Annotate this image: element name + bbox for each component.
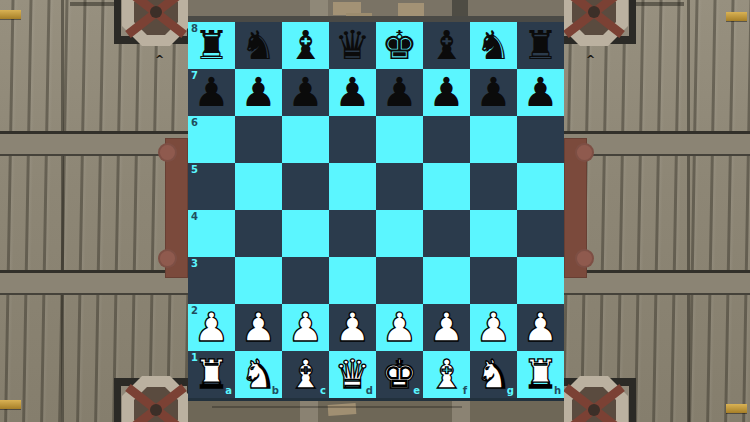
square-b7[interactable]: ♟ bbox=[235, 69, 282, 116]
wheel-decoration-top-right bbox=[558, 0, 638, 62]
floor-plank bbox=[398, 3, 424, 16]
floor-groove bbox=[212, 406, 462, 408]
square-b4[interactable] bbox=[235, 210, 282, 257]
square-a1[interactable]: 1a♜ bbox=[188, 351, 235, 398]
square-d3[interactable] bbox=[329, 257, 376, 304]
square-h5[interactable] bbox=[517, 163, 564, 210]
piece-white-pawn[interactable]: ♟ bbox=[288, 307, 324, 347]
square-a2[interactable]: 2♟ bbox=[188, 304, 235, 351]
square-e8[interactable]: ♚ bbox=[376, 22, 423, 69]
square-b5[interactable] bbox=[235, 163, 282, 210]
square-b2[interactable]: ♟ bbox=[235, 304, 282, 351]
square-c7[interactable]: ♟ bbox=[282, 69, 329, 116]
floor-plank bbox=[300, 401, 318, 422]
floor-plank bbox=[452, 401, 470, 422]
chevron-mark-right: ^ bbox=[586, 53, 595, 66]
wheel-decoration-top-left bbox=[112, 0, 192, 62]
piece-black-pawn[interactable]: ♟ bbox=[523, 72, 559, 112]
square-h2[interactable]: ♟ bbox=[517, 304, 564, 351]
square-d7[interactable]: ♟ bbox=[329, 69, 376, 116]
square-b8[interactable]: ♞ bbox=[235, 22, 282, 69]
door-rail-right-bottom bbox=[560, 270, 750, 295]
door-rail-left-bottom bbox=[0, 270, 190, 295]
piece-black-knight[interactable]: ♞ bbox=[476, 25, 512, 65]
square-c3[interactable] bbox=[282, 257, 329, 304]
piece-white-pawn[interactable]: ♟ bbox=[523, 307, 559, 347]
square-h4[interactable] bbox=[517, 210, 564, 257]
piece-black-pawn[interactable]: ♟ bbox=[288, 72, 324, 112]
piece-white-rook[interactable]: ♜ bbox=[523, 354, 559, 394]
gold-strip-bottom-right bbox=[726, 404, 747, 413]
square-e3[interactable] bbox=[376, 257, 423, 304]
square-d8[interactable]: ♛ bbox=[329, 22, 376, 69]
square-a4[interactable]: 4 bbox=[188, 210, 235, 257]
piece-black-rook[interactable]: ♜ bbox=[194, 25, 230, 65]
square-h1[interactable]: h♜ bbox=[517, 351, 564, 398]
square-d6[interactable] bbox=[329, 116, 376, 163]
piece-white-bishop[interactable]: ♝ bbox=[429, 354, 465, 394]
floor-strip-bottom bbox=[188, 398, 564, 422]
square-e6[interactable] bbox=[376, 116, 423, 163]
square-a6[interactable]: 6 bbox=[188, 116, 235, 163]
square-b6[interactable] bbox=[235, 116, 282, 163]
hinge-knob-right-bottom bbox=[575, 249, 594, 268]
piece-white-bishop[interactable]: ♝ bbox=[288, 354, 324, 394]
hinge-knob-right-top bbox=[575, 143, 594, 162]
square-a7[interactable]: 7♟ bbox=[188, 69, 235, 116]
square-g1[interactable]: g♞ bbox=[470, 351, 517, 398]
piece-black-pawn[interactable]: ♟ bbox=[476, 72, 512, 112]
piece-white-knight[interactable]: ♞ bbox=[476, 354, 512, 394]
door-seam-right bbox=[687, 0, 690, 422]
square-g2[interactable]: ♟ bbox=[470, 304, 517, 351]
wheel-decoration-bottom-right bbox=[558, 360, 638, 422]
square-g4[interactable] bbox=[470, 210, 517, 257]
square-f3[interactable] bbox=[423, 257, 470, 304]
square-f5[interactable] bbox=[423, 163, 470, 210]
square-g6[interactable] bbox=[470, 116, 517, 163]
piece-white-king[interactable]: ♚ bbox=[382, 354, 418, 394]
square-b3[interactable] bbox=[235, 257, 282, 304]
piece-black-pawn[interactable]: ♟ bbox=[429, 72, 465, 112]
square-d1[interactable]: d♛ bbox=[329, 351, 376, 398]
square-g7[interactable]: ♟ bbox=[470, 69, 517, 116]
square-h3[interactable] bbox=[517, 257, 564, 304]
board-bottom-shadow bbox=[188, 398, 564, 401]
hinge-knob-left-top bbox=[158, 143, 177, 162]
game-scene: ^ ^ 8♜♞♝♛♚♝♞♜7♟♟♟♟♟♟♟♟65432♟♟♟♟♟♟♟♟1a♜b♞… bbox=[0, 0, 750, 422]
square-d5[interactable] bbox=[329, 163, 376, 210]
square-e1[interactable]: e♚ bbox=[376, 351, 423, 398]
rank-label-3: 3 bbox=[191, 259, 198, 269]
square-a5[interactable]: 5 bbox=[188, 163, 235, 210]
gold-strip-bottom-left bbox=[0, 400, 21, 409]
piece-white-queen[interactable]: ♛ bbox=[335, 354, 371, 394]
square-f8[interactable]: ♝ bbox=[423, 22, 470, 69]
piece-black-queen[interactable]: ♛ bbox=[335, 25, 371, 65]
chess-board[interactable]: 8♜♞♝♛♚♝♞♜7♟♟♟♟♟♟♟♟65432♟♟♟♟♟♟♟♟1a♜b♞c♝d♛… bbox=[188, 22, 564, 398]
square-h7[interactable]: ♟ bbox=[517, 69, 564, 116]
square-c6[interactable] bbox=[282, 116, 329, 163]
piece-white-pawn[interactable]: ♟ bbox=[194, 307, 230, 347]
piece-black-king[interactable]: ♚ bbox=[382, 25, 418, 65]
gold-strip-top-left bbox=[0, 10, 21, 19]
square-f7[interactable]: ♟ bbox=[423, 69, 470, 116]
piece-white-pawn[interactable]: ♟ bbox=[335, 307, 371, 347]
piece-white-knight[interactable]: ♞ bbox=[241, 354, 277, 394]
piece-white-pawn[interactable]: ♟ bbox=[476, 307, 512, 347]
rank-label-4: 4 bbox=[191, 212, 198, 222]
square-g3[interactable] bbox=[470, 257, 517, 304]
square-h8[interactable]: ♜ bbox=[517, 22, 564, 69]
square-e4[interactable] bbox=[376, 210, 423, 257]
square-f2[interactable]: ♟ bbox=[423, 304, 470, 351]
square-d2[interactable]: ♟ bbox=[329, 304, 376, 351]
piece-black-knight[interactable]: ♞ bbox=[241, 25, 277, 65]
square-d4[interactable] bbox=[329, 210, 376, 257]
square-c1[interactable]: c♝ bbox=[282, 351, 329, 398]
hinge-knob-left-bottom bbox=[158, 249, 177, 268]
floor-plank bbox=[328, 403, 357, 416]
wheel-decoration-bottom-left bbox=[112, 360, 192, 422]
rank-label-5: 5 bbox=[191, 165, 198, 175]
piece-white-pawn[interactable]: ♟ bbox=[429, 307, 465, 347]
door-seam-left bbox=[61, 0, 64, 422]
square-f4[interactable] bbox=[423, 210, 470, 257]
piece-white-pawn[interactable]: ♟ bbox=[241, 307, 277, 347]
gold-strip-top-right bbox=[726, 12, 747, 21]
chevron-mark-left: ^ bbox=[155, 53, 164, 66]
square-c8[interactable]: ♝ bbox=[282, 22, 329, 69]
square-b1[interactable]: b♞ bbox=[235, 351, 282, 398]
square-h6[interactable] bbox=[517, 116, 564, 163]
piece-black-pawn[interactable]: ♟ bbox=[241, 72, 277, 112]
piece-white-pawn[interactable]: ♟ bbox=[382, 307, 418, 347]
piece-black-rook[interactable]: ♜ bbox=[523, 25, 559, 65]
piece-white-rook[interactable]: ♜ bbox=[194, 354, 230, 394]
square-a3[interactable]: 3 bbox=[188, 257, 235, 304]
square-c2[interactable]: ♟ bbox=[282, 304, 329, 351]
square-g5[interactable] bbox=[470, 163, 517, 210]
piece-black-pawn[interactable]: ♟ bbox=[382, 72, 418, 112]
rank-label-6: 6 bbox=[191, 118, 198, 128]
square-a8[interactable]: 8♜ bbox=[188, 22, 235, 69]
square-e2[interactable]: ♟ bbox=[376, 304, 423, 351]
piece-black-bishop[interactable]: ♝ bbox=[429, 25, 465, 65]
piece-black-pawn[interactable]: ♟ bbox=[194, 72, 230, 112]
piece-black-bishop[interactable]: ♝ bbox=[288, 25, 324, 65]
square-f6[interactable] bbox=[423, 116, 470, 163]
square-g8[interactable]: ♞ bbox=[470, 22, 517, 69]
square-e7[interactable]: ♟ bbox=[376, 69, 423, 116]
square-e5[interactable] bbox=[376, 163, 423, 210]
square-c4[interactable] bbox=[282, 210, 329, 257]
square-c5[interactable] bbox=[282, 163, 329, 210]
piece-black-pawn[interactable]: ♟ bbox=[335, 72, 371, 112]
square-f1[interactable]: f♝ bbox=[423, 351, 470, 398]
